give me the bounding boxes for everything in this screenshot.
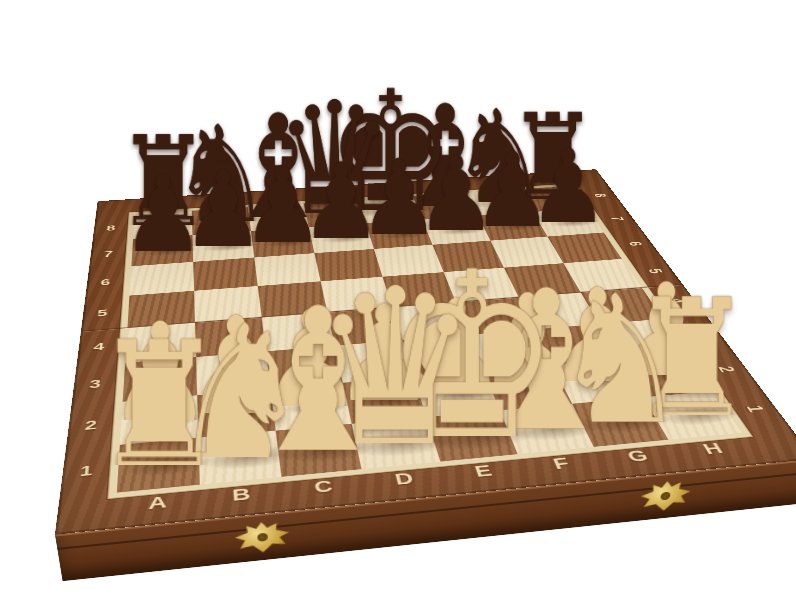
chess-board: ♜♞♝♛♚♝♞♜♟♟♟♟♟♟♟♟♟♟♟♟♟♟♟♟♜♞♝♛♚♝♞♜ AABBCCD… <box>55 169 796 534</box>
scene: ♜♞♝♛♚♝♞♜♟♟♟♟♟♟♟♟♟♟♟♟♟♟♟♟♜♞♝♛♚♝♞♜ AABBCCD… <box>0 0 796 594</box>
brass-clasp-right <box>639 479 692 513</box>
brass-clasp-left <box>234 519 290 555</box>
piece-white-rook-a1[interactable]: ♜ <box>36 207 281 464</box>
photo-canvas: ♜♞♝♛♚♝♞♜♟♟♟♟♟♟♟♟♟♟♟♟♟♟♟♟♜♞♝♛♚♝♞♜ AABBCCD… <box>0 0 796 594</box>
